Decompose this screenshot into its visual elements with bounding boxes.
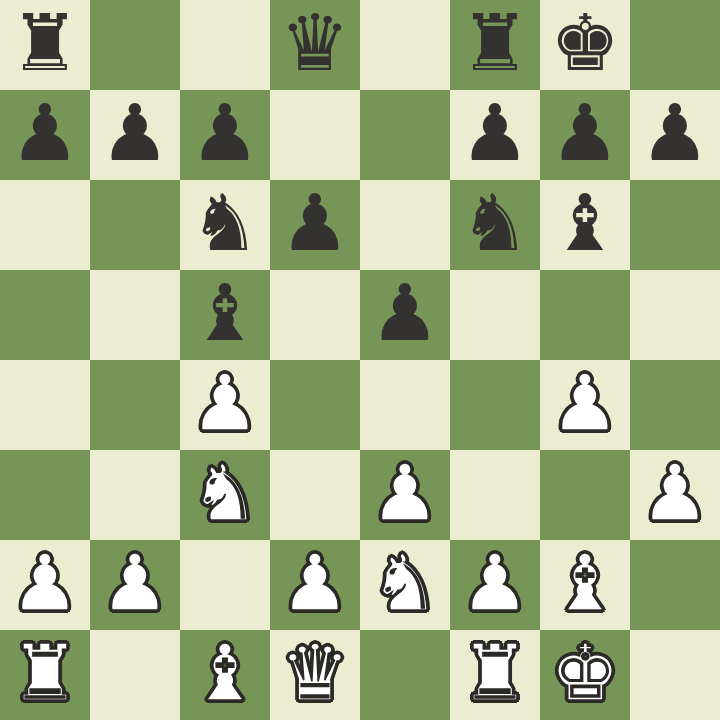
square-g8[interactable]: ♚	[540, 0, 630, 90]
square-f1[interactable]: ♜	[450, 630, 540, 720]
square-d7[interactable]	[270, 90, 360, 180]
square-d2[interactable]: ♟	[270, 540, 360, 630]
square-b1[interactable]	[90, 630, 180, 720]
piece-black-rook[interactable]: ♜	[10, 0, 80, 88]
square-c6[interactable]: ♞	[180, 180, 270, 270]
square-e5[interactable]: ♟	[360, 270, 450, 360]
square-a2[interactable]: ♟	[0, 540, 90, 630]
piece-black-knight[interactable]: ♞	[190, 178, 260, 268]
square-h7[interactable]: ♟	[630, 90, 720, 180]
square-c5[interactable]: ♝	[180, 270, 270, 360]
square-h2[interactable]	[630, 540, 720, 630]
piece-black-pawn[interactable]: ♟	[460, 88, 530, 178]
piece-black-pawn[interactable]: ♟	[280, 178, 350, 268]
square-e3[interactable]: ♟	[360, 450, 450, 540]
square-h3[interactable]: ♟	[630, 450, 720, 540]
square-c8[interactable]	[180, 0, 270, 90]
piece-white-pawn[interactable]: ♟	[370, 448, 440, 538]
square-g7[interactable]: ♟	[540, 90, 630, 180]
square-a6[interactable]	[0, 180, 90, 270]
square-e1[interactable]	[360, 630, 450, 720]
piece-white-bishop[interactable]: ♝	[190, 628, 260, 718]
square-f4[interactable]	[450, 360, 540, 450]
piece-white-knight[interactable]: ♞	[370, 538, 440, 628]
piece-black-king[interactable]: ♚	[550, 0, 620, 88]
piece-white-rook[interactable]: ♜	[10, 628, 80, 718]
square-g1[interactable]: ♚	[540, 630, 630, 720]
square-d6[interactable]: ♟	[270, 180, 360, 270]
square-b3[interactable]	[90, 450, 180, 540]
square-c2[interactable]	[180, 540, 270, 630]
piece-black-pawn[interactable]: ♟	[640, 88, 710, 178]
piece-white-rook[interactable]: ♜	[460, 628, 530, 718]
chess-board: ♜♛♜♚♟♟♟♟♟♟♞♟♞♝♝♟♟♟♞♟♟♟♟♟♞♟♝♜♝♛♜♚	[0, 0, 720, 720]
square-a8[interactable]: ♜	[0, 0, 90, 90]
piece-white-bishop[interactable]: ♝	[550, 538, 620, 628]
piece-black-pawn[interactable]: ♟	[10, 88, 80, 178]
piece-black-pawn[interactable]: ♟	[550, 88, 620, 178]
square-d1[interactable]: ♛	[270, 630, 360, 720]
square-f2[interactable]: ♟	[450, 540, 540, 630]
square-b7[interactable]: ♟	[90, 90, 180, 180]
square-b6[interactable]	[90, 180, 180, 270]
square-b8[interactable]	[90, 0, 180, 90]
square-a7[interactable]: ♟	[0, 90, 90, 180]
square-f7[interactable]: ♟	[450, 90, 540, 180]
square-g3[interactable]	[540, 450, 630, 540]
square-g4[interactable]: ♟	[540, 360, 630, 450]
square-h1[interactable]	[630, 630, 720, 720]
square-c7[interactable]: ♟	[180, 90, 270, 180]
piece-white-pawn[interactable]: ♟	[550, 358, 620, 448]
piece-white-pawn[interactable]: ♟	[100, 538, 170, 628]
square-c3[interactable]: ♞	[180, 450, 270, 540]
square-e6[interactable]	[360, 180, 450, 270]
piece-white-pawn[interactable]: ♟	[460, 538, 530, 628]
piece-white-pawn[interactable]: ♟	[640, 448, 710, 538]
square-f6[interactable]: ♞	[450, 180, 540, 270]
square-h6[interactable]	[630, 180, 720, 270]
square-h4[interactable]	[630, 360, 720, 450]
piece-white-pawn[interactable]: ♟	[280, 538, 350, 628]
piece-black-pawn[interactable]: ♟	[370, 268, 440, 358]
square-e2[interactable]: ♞	[360, 540, 450, 630]
piece-black-knight[interactable]: ♞	[460, 178, 530, 268]
square-d3[interactable]	[270, 450, 360, 540]
square-c4[interactable]: ♟	[180, 360, 270, 450]
square-h8[interactable]	[630, 0, 720, 90]
square-e4[interactable]	[360, 360, 450, 450]
square-f5[interactable]	[450, 270, 540, 360]
square-d4[interactable]	[270, 360, 360, 450]
piece-black-bishop[interactable]: ♝	[190, 268, 260, 358]
piece-white-king[interactable]: ♚	[550, 628, 620, 718]
square-e8[interactable]	[360, 0, 450, 90]
square-g6[interactable]: ♝	[540, 180, 630, 270]
square-a1[interactable]: ♜	[0, 630, 90, 720]
square-a3[interactable]	[0, 450, 90, 540]
square-d8[interactable]: ♛	[270, 0, 360, 90]
square-e7[interactable]	[360, 90, 450, 180]
piece-white-knight[interactable]: ♞	[190, 448, 260, 538]
piece-white-pawn[interactable]: ♟	[190, 358, 260, 448]
square-f3[interactable]	[450, 450, 540, 540]
square-g5[interactable]	[540, 270, 630, 360]
square-b4[interactable]	[90, 360, 180, 450]
piece-black-pawn[interactable]: ♟	[100, 88, 170, 178]
square-c1[interactable]: ♝	[180, 630, 270, 720]
square-h5[interactable]	[630, 270, 720, 360]
square-g2[interactable]: ♝	[540, 540, 630, 630]
piece-white-queen[interactable]: ♛	[280, 628, 350, 718]
square-b5[interactable]	[90, 270, 180, 360]
piece-black-queen[interactable]: ♛	[280, 0, 350, 88]
piece-black-rook[interactable]: ♜	[460, 0, 530, 88]
square-d5[interactable]	[270, 270, 360, 360]
piece-white-pawn[interactable]: ♟	[10, 538, 80, 628]
square-f8[interactable]: ♜	[450, 0, 540, 90]
square-a4[interactable]	[0, 360, 90, 450]
piece-black-bishop[interactable]: ♝	[550, 178, 620, 268]
square-a5[interactable]	[0, 270, 90, 360]
square-b2[interactable]: ♟	[90, 540, 180, 630]
piece-black-pawn[interactable]: ♟	[190, 88, 260, 178]
